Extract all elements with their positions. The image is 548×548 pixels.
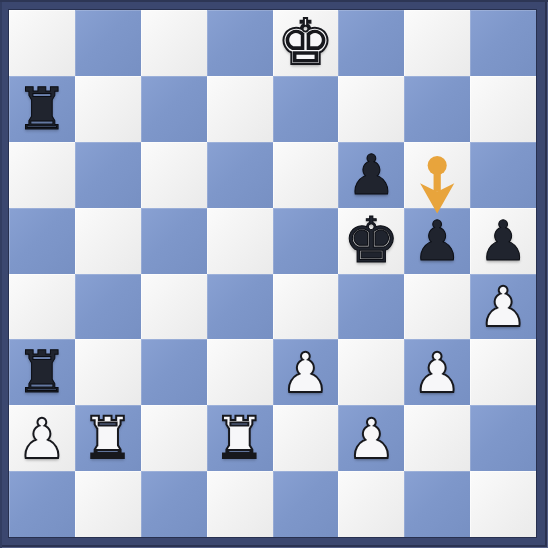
- square-f6[interactable]: ♟: [338, 142, 404, 208]
- square-g3[interactable]: ♟: [404, 339, 470, 405]
- square-f4[interactable]: [338, 274, 404, 340]
- square-c1[interactable]: [141, 471, 207, 537]
- square-d4[interactable]: [207, 274, 273, 340]
- board-frame: ♚♜♟♚♟♟♟♜♟♟♟♜♜♟: [0, 0, 548, 548]
- square-f2[interactable]: ♟: [338, 405, 404, 471]
- square-c7[interactable]: [141, 76, 207, 142]
- square-a4[interactable]: [9, 274, 75, 340]
- square-c8[interactable]: [141, 10, 207, 76]
- square-b6[interactable]: [75, 142, 141, 208]
- square-d8[interactable]: [207, 10, 273, 76]
- square-a3[interactable]: ♜: [9, 339, 75, 405]
- piece-black-pawn-h5[interactable]: ♟: [470, 209, 536, 275]
- square-b4[interactable]: [75, 274, 141, 340]
- square-f7[interactable]: [338, 76, 404, 142]
- square-g2[interactable]: [404, 405, 470, 471]
- square-b1[interactable]: [75, 471, 141, 537]
- square-g8[interactable]: [404, 10, 470, 76]
- square-e4[interactable]: [273, 274, 339, 340]
- square-f5[interactable]: ♚: [338, 208, 404, 274]
- square-a7[interactable]: ♜: [9, 76, 75, 142]
- square-h5[interactable]: ♟: [470, 208, 536, 274]
- square-e1[interactable]: [273, 471, 339, 537]
- piece-white-pawn-a2[interactable]: ♟: [9, 406, 75, 472]
- square-g7[interactable]: [404, 76, 470, 142]
- square-h7[interactable]: [470, 76, 536, 142]
- square-c2[interactable]: [141, 405, 207, 471]
- square-h3[interactable]: [470, 339, 536, 405]
- square-a1[interactable]: [9, 471, 75, 537]
- piece-black-rook-a3[interactable]: ♜: [9, 339, 75, 405]
- square-a5[interactable]: [9, 208, 75, 274]
- piece-black-rook-a7[interactable]: ♜: [9, 76, 75, 142]
- piece-white-rook-b2[interactable]: ♜: [75, 405, 141, 471]
- square-h4[interactable]: ♟: [470, 274, 536, 340]
- square-e6[interactable]: [273, 142, 339, 208]
- square-a8[interactable]: [9, 10, 75, 76]
- square-d1[interactable]: [207, 471, 273, 537]
- square-e2[interactable]: [273, 405, 339, 471]
- square-d6[interactable]: [207, 142, 273, 208]
- piece-white-king-e8[interactable]: ♚: [273, 10, 339, 76]
- piece-white-pawn-h4[interactable]: ♟: [470, 275, 536, 341]
- square-b2[interactable]: ♜: [75, 405, 141, 471]
- square-g4[interactable]: [404, 274, 470, 340]
- square-d3[interactable]: [207, 339, 273, 405]
- piece-white-rook-d2[interactable]: ♜: [207, 405, 273, 471]
- square-c3[interactable]: [141, 339, 207, 405]
- square-h1[interactable]: [470, 471, 536, 537]
- square-h2[interactable]: [470, 405, 536, 471]
- square-b8[interactable]: [75, 10, 141, 76]
- square-b3[interactable]: [75, 339, 141, 405]
- square-g1[interactable]: [404, 471, 470, 537]
- square-a2[interactable]: ♟: [9, 405, 75, 471]
- piece-black-pawn-g5[interactable]: ♟: [404, 209, 470, 275]
- square-e7[interactable]: [273, 76, 339, 142]
- piece-white-pawn-g3[interactable]: ♟: [404, 340, 470, 406]
- piece-black-king-f5[interactable]: ♚: [338, 208, 404, 274]
- square-c4[interactable]: [141, 274, 207, 340]
- square-g5[interactable]: ♟: [404, 208, 470, 274]
- square-e3[interactable]: ♟: [273, 339, 339, 405]
- square-c6[interactable]: [141, 142, 207, 208]
- square-e5[interactable]: [273, 208, 339, 274]
- square-f8[interactable]: [338, 10, 404, 76]
- square-b5[interactable]: [75, 208, 141, 274]
- square-d2[interactable]: ♜: [207, 405, 273, 471]
- piece-white-pawn-e3[interactable]: ♟: [273, 340, 339, 406]
- chess-board: ♚♜♟♚♟♟♟♜♟♟♟♜♜♟: [9, 10, 536, 537]
- square-e8[interactable]: ♚: [273, 10, 339, 76]
- square-f1[interactable]: [338, 471, 404, 537]
- square-g6[interactable]: [404, 142, 470, 208]
- square-h6[interactable]: [470, 142, 536, 208]
- piece-black-pawn-f6[interactable]: ♟: [338, 143, 404, 209]
- square-b7[interactable]: [75, 76, 141, 142]
- square-d5[interactable]: [207, 208, 273, 274]
- square-f3[interactable]: [338, 339, 404, 405]
- square-a6[interactable]: [9, 142, 75, 208]
- square-d7[interactable]: [207, 76, 273, 142]
- square-c5[interactable]: [141, 208, 207, 274]
- square-h8[interactable]: [470, 10, 536, 76]
- piece-white-pawn-f2[interactable]: ♟: [338, 406, 404, 472]
